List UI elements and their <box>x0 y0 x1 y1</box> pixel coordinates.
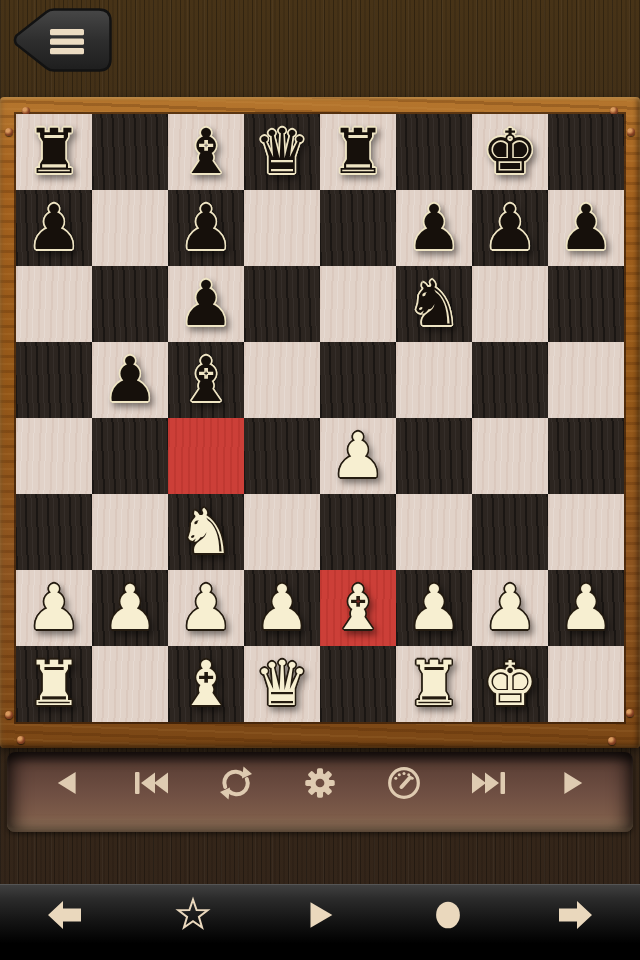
square-g5[interactable] <box>472 342 548 418</box>
square-h5[interactable] <box>548 342 624 418</box>
square-h8[interactable] <box>548 114 624 190</box>
app-screen: ♜♝♛♜♚♟♟♟♟♟♟♞♟♝♟♞♟♟♟♟♝♟♟♟♜♝♛♜♚ <box>0 0 640 960</box>
piece-black-p-f7[interactable]: ♟ <box>396 190 472 266</box>
square-e2[interactable]: ♝ <box>320 570 396 646</box>
frame-nail <box>626 709 634 717</box>
play-triangle-icon <box>301 896 339 934</box>
square-d8[interactable]: ♛ <box>244 114 320 190</box>
piece-white-p-a2[interactable]: ♟ <box>16 570 92 646</box>
square-f2[interactable]: ♟ <box>396 570 472 646</box>
square-g6[interactable] <box>472 266 548 342</box>
piece-black-p-c6[interactable]: ♟ <box>168 266 244 342</box>
chess-board: ♜♝♛♜♚♟♟♟♟♟♟♞♟♝♟♞♟♟♟♟♝♟♟♟♜♝♛♜♚ <box>16 114 624 722</box>
square-g4[interactable] <box>472 418 548 494</box>
piece-black-n-f6[interactable]: ♞ <box>396 266 472 342</box>
thick-right-arrow-icon <box>555 895 595 935</box>
square-c3[interactable]: ♞ <box>168 494 244 570</box>
next-move-button[interactable] <box>549 760 595 806</box>
piece-black-p-c7[interactable]: ♟ <box>168 190 244 266</box>
square-c1[interactable]: ♝ <box>168 646 244 722</box>
piece-black-r-a8[interactable]: ♜ <box>16 114 92 190</box>
engine-level-button[interactable] <box>381 760 427 806</box>
square-b7[interactable] <box>92 190 168 266</box>
square-b4[interactable] <box>92 418 168 494</box>
square-c5[interactable]: ♝ <box>168 342 244 418</box>
forward-button[interactable] <box>555 885 595 945</box>
square-f6[interactable]: ♞ <box>396 266 472 342</box>
piece-black-b-c5[interactable]: ♝ <box>168 342 244 418</box>
square-d1[interactable]: ♛ <box>244 646 320 722</box>
square-a4[interactable] <box>16 418 92 494</box>
piece-white-n-c3[interactable]: ♞ <box>168 494 244 570</box>
frame-nail <box>5 711 13 719</box>
piece-white-p-c2[interactable]: ♟ <box>168 570 244 646</box>
rotate-icon <box>216 763 256 803</box>
skip-end-icon <box>466 763 510 803</box>
square-f8[interactable] <box>396 114 472 190</box>
piece-white-p-h2[interactable]: ♟ <box>548 570 624 646</box>
square-h4[interactable] <box>548 418 624 494</box>
square-a5[interactable] <box>16 342 92 418</box>
piece-white-p-e4[interactable]: ♟ <box>320 418 396 494</box>
square-c8[interactable]: ♝ <box>168 114 244 190</box>
square-f4[interactable] <box>396 418 472 494</box>
square-a8[interactable]: ♜ <box>16 114 92 190</box>
piece-black-k-g8[interactable]: ♚ <box>472 114 548 190</box>
piece-white-b-e2[interactable]: ♝ <box>320 570 396 646</box>
square-d5[interactable] <box>244 342 320 418</box>
square-e5[interactable] <box>320 342 396 418</box>
square-a7[interactable]: ♟ <box>16 190 92 266</box>
square-b1[interactable] <box>92 646 168 722</box>
frame-nail <box>5 128 13 136</box>
menu-tag-shape <box>8 6 114 74</box>
favorite-button[interactable] <box>173 885 213 945</box>
square-e8[interactable]: ♜ <box>320 114 396 190</box>
piece-black-q-d8[interactable]: ♛ <box>244 114 320 190</box>
toolbar-tray <box>7 752 633 832</box>
square-d7[interactable] <box>244 190 320 266</box>
square-g8[interactable]: ♚ <box>472 114 548 190</box>
skip-start-icon <box>130 763 174 803</box>
piece-white-r-f1[interactable]: ♜ <box>396 646 472 722</box>
play-button[interactable] <box>300 885 340 945</box>
square-a3[interactable] <box>16 494 92 570</box>
gear-icon <box>301 764 339 802</box>
frame-nail <box>627 128 635 136</box>
piece-white-q-d1[interactable]: ♛ <box>244 646 320 722</box>
flip-board-button[interactable] <box>213 760 259 806</box>
square-d3[interactable] <box>244 494 320 570</box>
square-e6[interactable] <box>320 266 396 342</box>
thick-left-arrow-icon <box>45 895 85 935</box>
square-e4[interactable]: ♟ <box>320 418 396 494</box>
hamburger-icon <box>50 29 84 54</box>
piece-white-k-g1[interactable]: ♚ <box>472 646 548 722</box>
square-a6[interactable] <box>16 266 92 342</box>
square-f1[interactable]: ♜ <box>396 646 472 722</box>
frame-nail <box>17 736 25 744</box>
piece-white-p-b2[interactable]: ♟ <box>92 570 168 646</box>
piece-black-p-b5[interactable]: ♟ <box>92 342 168 418</box>
piece-black-p-h7[interactable]: ♟ <box>548 190 624 266</box>
gauge-icon <box>384 763 424 803</box>
square-e3[interactable] <box>320 494 396 570</box>
square-a2[interactable]: ♟ <box>16 570 92 646</box>
left-triangle-icon <box>51 763 85 803</box>
square-d6[interactable] <box>244 266 320 342</box>
piece-white-r-a1[interactable]: ♜ <box>16 646 92 722</box>
square-g2[interactable]: ♟ <box>472 570 548 646</box>
piece-white-p-d2[interactable]: ♟ <box>244 570 320 646</box>
toolbar <box>7 752 633 814</box>
settings-button[interactable] <box>297 760 343 806</box>
square-f7[interactable]: ♟ <box>396 190 472 266</box>
piece-white-b-c1[interactable]: ♝ <box>168 646 244 722</box>
square-c6[interactable]: ♟ <box>168 266 244 342</box>
back-button[interactable] <box>45 885 85 945</box>
skip-to-start-button[interactable] <box>129 760 175 806</box>
square-d4[interactable] <box>244 418 320 494</box>
right-triangle-icon <box>555 763 589 803</box>
square-b2[interactable]: ♟ <box>92 570 168 646</box>
square-c2[interactable]: ♟ <box>168 570 244 646</box>
square-h3[interactable] <box>548 494 624 570</box>
square-b6[interactable] <box>92 266 168 342</box>
menu-button[interactable] <box>8 6 114 74</box>
previous-move-button[interactable] <box>45 760 91 806</box>
piece-black-p-a7[interactable]: ♟ <box>16 190 92 266</box>
square-g1[interactable]: ♚ <box>472 646 548 722</box>
square-b8[interactable] <box>92 114 168 190</box>
filled-circle-icon <box>429 896 467 934</box>
piece-black-r-e8[interactable]: ♜ <box>320 114 396 190</box>
square-a1[interactable]: ♜ <box>16 646 92 722</box>
square-h6[interactable] <box>548 266 624 342</box>
square-b5[interactable]: ♟ <box>92 342 168 418</box>
square-g3[interactable] <box>472 494 548 570</box>
piece-white-p-g2[interactable]: ♟ <box>472 570 548 646</box>
square-e7[interactable] <box>320 190 396 266</box>
square-h2[interactable]: ♟ <box>548 570 624 646</box>
chess-board-frame: ♜♝♛♜♚♟♟♟♟♟♟♞♟♝♟♞♟♟♟♟♝♟♟♟♜♝♛♜♚ <box>0 97 640 748</box>
record-button[interactable] <box>428 885 468 945</box>
frame-nail <box>608 737 616 745</box>
star-outline-icon <box>173 894 213 936</box>
square-h1[interactable] <box>548 646 624 722</box>
piece-black-b-c8[interactable]: ♝ <box>168 114 244 190</box>
square-f3[interactable] <box>396 494 472 570</box>
piece-black-p-g7[interactable]: ♟ <box>472 190 548 266</box>
square-e1[interactable] <box>320 646 396 722</box>
square-d2[interactable]: ♟ <box>244 570 320 646</box>
square-c7[interactable]: ♟ <box>168 190 244 266</box>
square-g7[interactable]: ♟ <box>472 190 548 266</box>
square-c4[interactable] <box>168 418 244 494</box>
square-h7[interactable]: ♟ <box>548 190 624 266</box>
piece-white-p-f2[interactable]: ♟ <box>396 570 472 646</box>
skip-to-end-button[interactable] <box>465 760 511 806</box>
bottom-nav <box>0 884 640 960</box>
square-b3[interactable] <box>92 494 168 570</box>
square-f5[interactable] <box>396 342 472 418</box>
